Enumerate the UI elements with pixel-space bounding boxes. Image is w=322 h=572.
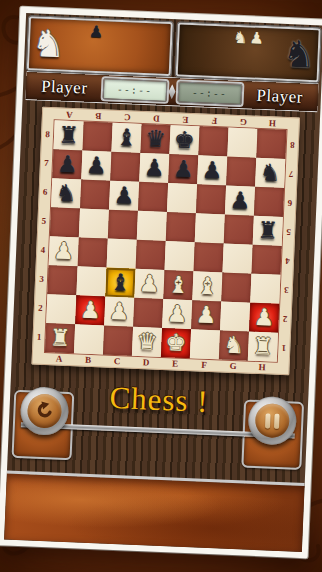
square-a3[interactable] (47, 265, 77, 295)
square-f7[interactable]: ♟ (197, 155, 227, 185)
square-e5[interactable] (166, 212, 196, 242)
square-f2[interactable]: ♟ (191, 300, 221, 330)
square-f6[interactable] (196, 184, 226, 214)
square-g8[interactable] (227, 128, 257, 158)
square-b6[interactable] (80, 179, 110, 209)
piece-black-pawn: ♟ (172, 157, 194, 181)
coord-label-a: A (44, 352, 74, 366)
clock-divider-ornament (168, 84, 176, 99)
square-b2[interactable]: ♟ (75, 295, 105, 325)
piece-black-bishop: ♝ (116, 126, 138, 150)
coord-label-3: 3 (34, 265, 48, 295)
captured-white-pawn-icon: ♟ (249, 30, 264, 47)
white-player-panel: ♞ ♟ (27, 16, 173, 76)
piece-black-pawn: ♟ (229, 189, 251, 213)
square-h7[interactable]: ♞ (255, 158, 285, 188)
coord-label-1: 1 (32, 323, 46, 353)
square-b8[interactable] (82, 121, 112, 151)
square-c5[interactable] (108, 210, 138, 240)
square-d8[interactable]: ♛ (140, 124, 170, 154)
coord-label-g: G (229, 115, 259, 129)
piece-black-pawn: ♟ (113, 184, 135, 208)
square-e4[interactable] (165, 241, 195, 271)
piece-black-bishop: ♝ (110, 271, 132, 295)
square-h2[interactable]: ♟ (249, 303, 279, 333)
piece-black-pawn: ♟ (144, 156, 166, 180)
square-d1[interactable]: ♛ (132, 327, 162, 357)
square-b1[interactable] (74, 324, 104, 354)
square-h1[interactable]: ♜ (248, 332, 278, 362)
black-knight-icon: ♞ (282, 35, 317, 73)
square-e6[interactable] (167, 183, 197, 213)
coord-label-5: 5 (37, 207, 51, 237)
coord-label-7: 7 (39, 149, 53, 179)
piece-white-king: ♚ (165, 331, 187, 355)
piece-white-bishop: ♝ (197, 274, 219, 298)
piece-black-rook: ♜ (58, 123, 80, 147)
piece-black-knight: ♞ (259, 161, 281, 185)
piece-white-pawn: ♟ (166, 302, 188, 326)
square-g2[interactable] (220, 301, 250, 331)
square-a6[interactable]: ♞ (51, 178, 81, 208)
piece-black-king: ♚ (174, 128, 196, 152)
coord-label-a: A (55, 107, 85, 121)
black-player-name: Player (241, 85, 318, 108)
coord-label-5: 5 (282, 217, 296, 247)
square-h3[interactable] (250, 274, 280, 304)
square-g4[interactable] (222, 243, 252, 273)
piece-black-pawn: ♟ (57, 152, 79, 176)
piece-black-pawn: ♟ (86, 154, 108, 178)
game-card: ♞ ♟ ♞♟ ♞ Player --:-- --:-- Player ABCDE… (0, 7, 322, 559)
square-c3[interactable]: ♝ (105, 268, 135, 298)
board-squares: ♜♝♛♚♟♟♟♟♟♞♞♟♟♜♟♝♟♝♝♟♟♟♟♟♜♛♚♞♜ (45, 120, 287, 362)
square-f4[interactable] (193, 242, 223, 272)
square-d6[interactable] (138, 182, 168, 212)
coord-label-8: 8 (285, 130, 299, 160)
square-g5[interactable] (224, 214, 254, 244)
piece-white-bishop: ♝ (168, 273, 190, 297)
square-a8[interactable]: ♜ (53, 120, 83, 150)
coord-label-e: E (171, 112, 201, 126)
coord-label-b: B (84, 109, 114, 123)
square-g7[interactable] (226, 157, 256, 187)
coord-label-7: 7 (284, 159, 298, 189)
square-d7[interactable]: ♟ (139, 153, 169, 183)
square-b4[interactable] (78, 237, 108, 267)
square-c1[interactable] (103, 326, 133, 356)
square-e1[interactable]: ♚ (161, 328, 191, 358)
square-c6[interactable]: ♟ (109, 181, 139, 211)
square-c4[interactable] (107, 239, 137, 269)
black-player-panel: ♞♟ ♞ (175, 22, 321, 82)
coord-label-c: C (113, 110, 143, 124)
coord-label-h: H (258, 116, 288, 130)
square-b5[interactable] (79, 208, 109, 238)
coord-label-d: D (142, 111, 172, 125)
square-a7[interactable]: ♟ (52, 149, 82, 179)
white-player-clock: --:-- (102, 78, 167, 102)
coord-label-e: E (160, 357, 190, 371)
piece-black-queen: ♛ (145, 127, 167, 151)
square-f5[interactable] (195, 213, 225, 243)
square-a1[interactable]: ♜ (45, 323, 75, 353)
square-a5[interactable] (50, 207, 80, 237)
piece-white-queen: ♛ (136, 330, 158, 354)
coord-label-f: F (189, 358, 219, 372)
square-e3[interactable]: ♝ (163, 270, 193, 300)
coord-label-f: F (200, 113, 230, 127)
piece-white-rook: ♜ (49, 326, 71, 350)
square-b3[interactable] (76, 266, 106, 296)
coord-label-4: 4 (36, 236, 50, 266)
square-f3[interactable]: ♝ (192, 271, 222, 301)
pause-icon (255, 403, 290, 438)
captured-white-knight-icon: ♞ (233, 30, 248, 47)
square-g6[interactable]: ♟ (225, 186, 255, 216)
square-d5[interactable] (137, 211, 167, 241)
piece-white-pawn: ♟ (108, 300, 130, 324)
coord-label-4: 4 (280, 246, 294, 276)
square-f1[interactable] (190, 329, 220, 359)
square-g3[interactable] (221, 272, 251, 302)
piece-black-rook: ♜ (257, 219, 279, 243)
coord-label-c: C (102, 355, 132, 369)
coord-label-g: G (218, 359, 248, 373)
capture-bar: ♞ ♟ ♞♟ ♞ (27, 16, 321, 82)
undo-icon (27, 393, 62, 428)
black-player-clock: --:-- (177, 81, 242, 105)
captured-black-pawn-icon: ♟ (89, 24, 104, 41)
square-a4[interactable]: ♟ (49, 236, 79, 266)
coord-label-3: 3 (279, 275, 293, 305)
coord-label-6: 6 (283, 188, 297, 218)
square-a2[interactable] (46, 294, 76, 324)
square-h5[interactable]: ♜ (253, 216, 283, 246)
piece-white-pawn: ♟ (139, 272, 161, 296)
square-c2[interactable]: ♟ (104, 297, 134, 327)
piece-white-knight: ♞ (223, 334, 245, 358)
square-d3[interactable]: ♟ (134, 269, 164, 299)
square-h4[interactable] (251, 245, 281, 275)
square-b7[interactable]: ♟ (81, 150, 111, 180)
coord-label-2: 2 (278, 304, 292, 334)
piece-black-knight: ♞ (55, 181, 77, 205)
square-d2[interactable] (133, 298, 163, 328)
square-e8[interactable]: ♚ (169, 125, 199, 155)
bottom-control-zone: Chess ! (7, 364, 309, 478)
square-e7[interactable]: ♟ (168, 154, 198, 184)
piece-white-pawn: ♟ (53, 239, 75, 263)
piece-white-rook: ♜ (252, 335, 274, 359)
square-h6[interactable] (254, 187, 284, 217)
burl-wood-strip (4, 471, 305, 552)
chess-board: ABCDEFGH ABCDEFGH 87654321 87654321 ♜♝♛♚… (31, 107, 300, 376)
white-player-name: Player (26, 76, 103, 99)
square-c8[interactable]: ♝ (111, 123, 141, 153)
coord-label-h: H (247, 361, 277, 375)
piece-white-pawn: ♟ (79, 299, 101, 323)
piece-black-pawn: ♟ (201, 158, 223, 182)
coord-label-1: 1 (277, 333, 291, 363)
coord-label-b: B (73, 353, 103, 367)
coord-label-2: 2 (33, 294, 47, 324)
coord-label-6: 6 (38, 178, 52, 208)
square-f8[interactable] (198, 126, 228, 156)
square-h8[interactable] (256, 129, 286, 159)
coord-label-8: 8 (40, 120, 54, 150)
piece-white-pawn: ♟ (195, 303, 217, 327)
coord-label-d: D (131, 356, 161, 370)
piece-white-pawn: ♟ (253, 306, 275, 330)
square-e2[interactable]: ♟ (162, 299, 192, 329)
square-c7[interactable] (110, 152, 140, 182)
square-d4[interactable] (136, 240, 166, 270)
square-g1[interactable]: ♞ (219, 330, 249, 360)
